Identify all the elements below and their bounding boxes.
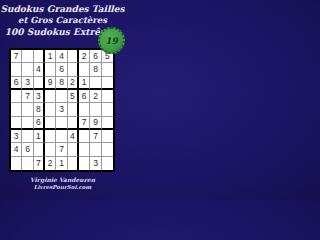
sudoku-cell [45,90,56,103]
sudoku-cell [90,103,101,116]
website-name: LivresPourSoi.com [0,184,125,191]
sudoku-cell [34,143,45,156]
sudoku-cell: 2 [79,50,90,63]
sudoku-cell: 8 [34,103,45,116]
sudoku-cell [102,130,113,143]
sudoku-cell [45,143,56,156]
sudoku-cell [11,103,22,116]
sudoku-cell: 2 [45,157,56,170]
volume-badge-seal: 19 [98,27,125,54]
sudoku-cell [79,63,90,76]
sudoku-cell: 1 [56,157,67,170]
sudoku-cell: 4 [34,63,45,76]
sudoku-cell [79,143,90,156]
sudoku-cell [45,103,56,116]
sudoku-cell [79,103,90,116]
sudoku-cell [56,90,67,103]
sudoku-cell: 9 [90,117,101,130]
sudoku-grid: 714265468639821735628367931474677213 [9,48,115,172]
sudoku-cell [102,77,113,90]
sudoku-cell [45,117,56,130]
sudoku-cell [102,143,113,156]
sudoku-cell: 8 [56,77,67,90]
sudoku-cell [68,143,79,156]
sudoku-cell: 7 [11,50,22,63]
sudoku-cell [45,130,56,143]
sudoku-cell: 3 [56,103,67,116]
book-cover: Sudokus Grandes Tailles et Gros Caractèr… [0,0,125,200]
sudoku-cell: 4 [68,130,79,143]
sudoku-cell [102,103,113,116]
author-name: Virginie Vandeuren [0,176,125,184]
sudoku-cell: 3 [90,157,101,170]
sudoku-cell: 5 [68,90,79,103]
sudoku-cell: 2 [68,77,79,90]
sudoku-cell [11,63,22,76]
sudoku-cell [22,103,33,116]
sudoku-cell [22,50,33,63]
sudoku-cell: 4 [56,50,67,63]
title-line-2: et Gros Caractères [0,15,125,26]
footer: Virginie Vandeuren LivresPourSoi.com [0,176,125,191]
sudoku-cell [56,130,67,143]
sudoku-cell: 1 [45,50,56,63]
sudoku-cell [102,157,113,170]
sudoku-cell [22,117,33,130]
sudoku-cell [11,157,22,170]
sudoku-cell [68,103,79,116]
sudoku-cell [34,50,45,63]
sudoku-cell: 1 [34,130,45,143]
title-line-1: Sudokus Grandes Tailles [0,3,125,15]
volume-number: 19 [105,36,118,46]
sudoku-cell: 2 [90,90,101,103]
sudoku-cell [22,130,33,143]
sudoku-cell: 6 [90,50,101,63]
sudoku-cell: 4 [11,143,22,156]
sudoku-cell [68,63,79,76]
sudoku-cell: 7 [22,90,33,103]
sudoku-cell [11,90,22,103]
sudoku-cell [22,63,33,76]
sudoku-cell: 3 [11,130,22,143]
sudoku-cell [79,130,90,143]
sudoku-cell [102,63,113,76]
sudoku-cell [79,157,90,170]
sudoku-cell [11,117,22,130]
sudoku-cell [68,50,79,63]
sudoku-cell [90,77,101,90]
sudoku-cell: 1 [79,77,90,90]
sudoku-cell [34,77,45,90]
sudoku-cell: 7 [56,143,67,156]
sudoku-cell [102,117,113,130]
sudoku-cell [68,117,79,130]
sudoku-cell: 9 [45,77,56,90]
sudoku-cell [102,90,113,103]
sudoku-cell [68,157,79,170]
sudoku-cell: 6 [22,143,33,156]
sudoku-cell: 3 [34,90,45,103]
sudoku-cell: 3 [22,77,33,90]
sudoku-cell: 8 [90,63,101,76]
sudoku-cell: 6 [79,90,90,103]
sudoku-cell: 6 [56,63,67,76]
sudoku-cell [90,143,101,156]
sudoku-cell: 7 [34,157,45,170]
sudoku-cell [45,63,56,76]
sudoku-cell: 6 [34,117,45,130]
sudoku-cell: 7 [79,117,90,130]
sudoku-cell: 6 [11,77,22,90]
sudoku-cell [22,157,33,170]
sudoku-cell [56,117,67,130]
sudoku-cell: 7 [90,130,101,143]
